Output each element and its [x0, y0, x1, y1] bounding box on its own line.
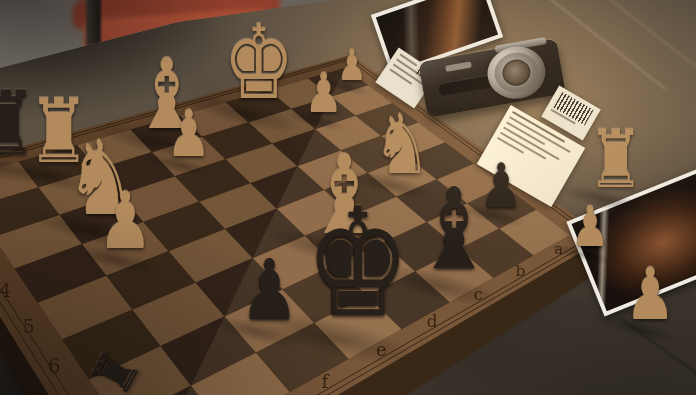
piece-white-king-c1[interactable]: ♚ — [207, 12, 310, 115]
pieces-layer: ♟♚♟♝♟♜♜♞♜♟♞♝♟♟♝♟♟♚♜ — [0, 0, 696, 395]
piece-white-pawn-table: ♟ — [562, 199, 618, 255]
pawn-glyph: ♟ — [625, 258, 675, 330]
king-glyph: ♚ — [306, 189, 411, 339]
pawn-glyph: ♟ — [304, 66, 342, 121]
piece-white-pawn-b2[interactable]: ♟ — [296, 66, 351, 121]
chess-scene: abcdef456 — [0, 0, 696, 395]
king-glyph: ♚ — [223, 12, 295, 115]
pawn-glyph: ♟ — [570, 199, 609, 255]
piece-white-rook-table: ♜ — [576, 120, 656, 200]
rook-glyph: ♜ — [588, 120, 644, 200]
pawn-glyph: ♟ — [166, 102, 211, 166]
piece-white-pawn-table: ♟ — [614, 258, 686, 330]
piece-white-pawn-g4[interactable]: ♟ — [86, 182, 165, 261]
rook-glyph: ♜ — [83, 344, 148, 395]
pawn-glyph: ♟ — [98, 182, 153, 261]
piece-black-king-e8[interactable]: ♚ — [283, 189, 433, 339]
fallen-piece-black-rook[interactable]: ♜ — [79, 337, 152, 395]
piece-white-pawn-e2[interactable]: ♟ — [157, 102, 221, 166]
